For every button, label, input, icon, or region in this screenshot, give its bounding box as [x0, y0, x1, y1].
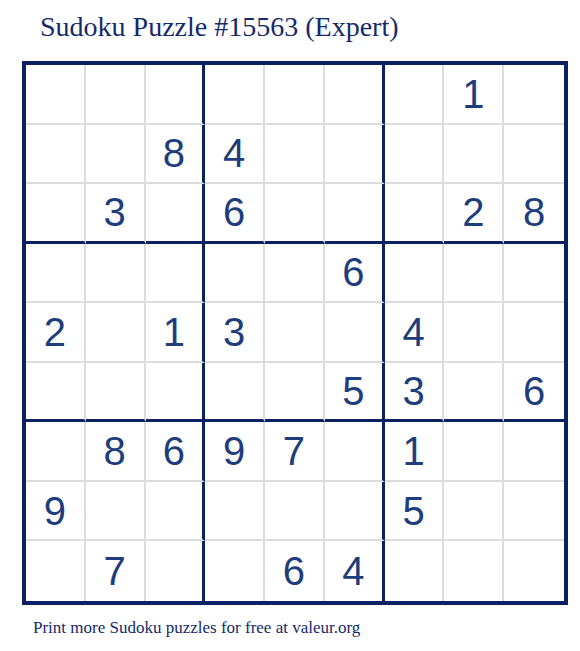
cell-r4c6: 6: [325, 244, 385, 304]
cell-r5c4: 3: [205, 303, 265, 363]
cell-r8c2: [86, 482, 146, 542]
cell-r2c2: [86, 125, 146, 185]
cell-r3c2: 3: [86, 184, 146, 244]
cell-r9c9: [504, 541, 564, 601]
cell-r7c9: [504, 422, 564, 482]
cell-r1c1: [26, 65, 86, 125]
cell-r4c3: [146, 244, 206, 304]
cell-r3c5: [265, 184, 325, 244]
cell-r1c6: [325, 65, 385, 125]
cell-r9c1: [26, 541, 86, 601]
cell-r7c1: [26, 422, 86, 482]
cell-r3c9: 8: [504, 184, 564, 244]
cell-r1c9: [504, 65, 564, 125]
cell-r1c7: [385, 65, 445, 125]
cell-r9c2: 7: [86, 541, 146, 601]
cell-r3c7: [385, 184, 445, 244]
cell-r2c5: [265, 125, 325, 185]
cell-r7c5: 7: [265, 422, 325, 482]
cell-r2c7: [385, 125, 445, 185]
cell-r4c8: [444, 244, 504, 304]
cell-r7c6: [325, 422, 385, 482]
cell-r9c7: [385, 541, 445, 601]
cell-r2c1: [26, 125, 86, 185]
cell-r7c4: 9: [205, 422, 265, 482]
cell-r9c3: [146, 541, 206, 601]
cell-r4c1: [26, 244, 86, 304]
cell-r8c5: [265, 482, 325, 542]
cell-r5c7: 4: [385, 303, 445, 363]
cell-r4c4: [205, 244, 265, 304]
cell-r2c6: [325, 125, 385, 185]
cell-r8c4: [205, 482, 265, 542]
cell-r5c3: 1: [146, 303, 206, 363]
cell-r5c8: [444, 303, 504, 363]
cell-r1c8: 1: [444, 65, 504, 125]
cell-r3c8: 2: [444, 184, 504, 244]
cell-r6c8: [444, 363, 504, 423]
cell-r8c6: [325, 482, 385, 542]
cell-r7c7: 1: [385, 422, 445, 482]
cell-r3c4: 6: [205, 184, 265, 244]
cell-r5c1: 2: [26, 303, 86, 363]
cell-r6c4: [205, 363, 265, 423]
cell-r6c7: 3: [385, 363, 445, 423]
sudoku-grid: 1843628621345368697195764: [22, 61, 568, 605]
cell-r1c3: [146, 65, 206, 125]
footer-text: Print more Sudoku puzzles for free at va…: [33, 617, 360, 639]
cell-r4c5: [265, 244, 325, 304]
page-title: Sudoku Puzzle #15563 (Expert): [40, 10, 399, 44]
cell-r9c4: [205, 541, 265, 601]
cell-r6c3: [146, 363, 206, 423]
cell-r6c6: 5: [325, 363, 385, 423]
cell-r3c6: [325, 184, 385, 244]
cell-r4c9: [504, 244, 564, 304]
cell-r7c3: 6: [146, 422, 206, 482]
cell-r8c9: [504, 482, 564, 542]
cell-r8c7: 5: [385, 482, 445, 542]
cell-r6c5: [265, 363, 325, 423]
cell-r6c9: 6: [504, 363, 564, 423]
cell-r9c8: [444, 541, 504, 601]
cell-r5c6: [325, 303, 385, 363]
cell-r2c3: 8: [146, 125, 206, 185]
cell-r1c2: [86, 65, 146, 125]
cell-r8c3: [146, 482, 206, 542]
cell-r4c7: [385, 244, 445, 304]
cell-r5c5: [265, 303, 325, 363]
cell-r5c2: [86, 303, 146, 363]
cell-r8c8: [444, 482, 504, 542]
cell-r9c5: 6: [265, 541, 325, 601]
cell-r7c8: [444, 422, 504, 482]
cell-r8c1: 9: [26, 482, 86, 542]
cell-r2c9: [504, 125, 564, 185]
cell-r1c4: [205, 65, 265, 125]
cell-r6c2: [86, 363, 146, 423]
cell-r5c9: [504, 303, 564, 363]
cell-r4c2: [86, 244, 146, 304]
cell-r2c4: 4: [205, 125, 265, 185]
cell-r9c6: 4: [325, 541, 385, 601]
cell-r3c3: [146, 184, 206, 244]
cell-r3c1: [26, 184, 86, 244]
cell-r6c1: [26, 363, 86, 423]
cell-r1c5: [265, 65, 325, 125]
cell-r7c2: 8: [86, 422, 146, 482]
cell-r2c8: [444, 125, 504, 185]
